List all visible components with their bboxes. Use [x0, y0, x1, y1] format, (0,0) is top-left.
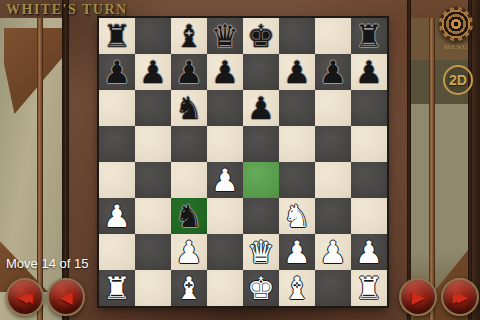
- square-b4[interactable]: [135, 162, 171, 198]
- piece-white-rook: ♜: [351, 270, 387, 306]
- square-g3[interactable]: [315, 198, 351, 234]
- square-b7[interactable]: ♟: [135, 54, 171, 90]
- square-e2[interactable]: ♛: [243, 234, 279, 270]
- menu-label: MENU: [439, 43, 473, 51]
- marquetry-triangle: [4, 28, 62, 114]
- square-c2[interactable]: ♟: [171, 234, 207, 270]
- square-a4[interactable]: [99, 162, 135, 198]
- square-f2[interactable]: ♟: [279, 234, 315, 270]
- square-c3[interactable]: ♞: [171, 198, 207, 234]
- square-d6[interactable]: [207, 90, 243, 126]
- square-b1[interactable]: [135, 270, 171, 306]
- piece-black-bishop: ♝: [171, 18, 207, 54]
- square-d1[interactable]: [207, 270, 243, 306]
- piece-white-king: ♚: [243, 270, 279, 306]
- piece-black-rook: ♜: [351, 18, 387, 54]
- piece-black-pawn: ♟: [207, 54, 243, 90]
- square-a8[interactable]: ♜: [99, 18, 135, 54]
- square-d4[interactable]: ♟: [207, 162, 243, 198]
- first-move-button[interactable]: ◀◀: [6, 278, 44, 316]
- square-c1[interactable]: ♝: [171, 270, 207, 306]
- square-h6[interactable]: [351, 90, 387, 126]
- right-edge-strip: [472, 0, 480, 320]
- piece-black-pawn: ♟: [171, 54, 207, 90]
- square-f4[interactable]: [279, 162, 315, 198]
- piece-white-rook: ♜: [99, 270, 135, 306]
- square-b2[interactable]: [135, 234, 171, 270]
- square-d3[interactable]: [207, 198, 243, 234]
- piece-black-pawn: ♟: [99, 54, 135, 90]
- square-h4[interactable]: [351, 162, 387, 198]
- square-c8[interactable]: ♝: [171, 18, 207, 54]
- piece-black-knight: ♞: [171, 198, 207, 234]
- square-h8[interactable]: ♜: [351, 18, 387, 54]
- piece-black-pawn: ♟: [135, 54, 171, 90]
- square-c7[interactable]: ♟: [171, 54, 207, 90]
- left-marquetry-panel: [0, 18, 62, 320]
- bronze-rod: [37, 18, 43, 320]
- piece-white-pawn: ♟: [279, 234, 315, 270]
- forward-icon: ▶: [411, 289, 424, 306]
- piece-black-pawn: ♟: [279, 54, 315, 90]
- view-2d-toggle-button[interactable]: 2D: [443, 65, 473, 95]
- piece-black-rook: ♜: [99, 18, 135, 54]
- square-b3[interactable]: [135, 198, 171, 234]
- chess-board: ♜♝♛♚♜♟♟♟♟♟♟♟♞♟♟♟♞♞♟♛♟♟♟♜♝♚♝♜: [99, 18, 387, 306]
- piece-white-knight: ♞: [279, 198, 315, 234]
- square-b8[interactable]: [135, 18, 171, 54]
- square-e8[interactable]: ♚: [243, 18, 279, 54]
- square-d8[interactable]: ♛: [207, 18, 243, 54]
- square-e3[interactable]: [243, 198, 279, 234]
- square-c6[interactable]: ♞: [171, 90, 207, 126]
- square-g1[interactable]: [315, 270, 351, 306]
- square-f8[interactable]: [279, 18, 315, 54]
- square-g6[interactable]: [315, 90, 351, 126]
- square-g8[interactable]: [315, 18, 351, 54]
- square-a1[interactable]: ♜: [99, 270, 135, 306]
- square-d7[interactable]: ♟: [207, 54, 243, 90]
- square-c4[interactable]: [171, 162, 207, 198]
- square-f3[interactable]: ♞: [279, 198, 315, 234]
- square-h1[interactable]: ♜: [351, 270, 387, 306]
- square-a7[interactable]: ♟: [99, 54, 135, 90]
- piece-white-bishop: ♝: [171, 270, 207, 306]
- square-g4[interactable]: [315, 162, 351, 198]
- piece-black-pawn: ♟: [243, 90, 279, 126]
- square-a3[interactable]: ♟: [99, 198, 135, 234]
- piece-white-pawn: ♟: [207, 162, 243, 198]
- move-counter: Move 14 of 15: [6, 256, 88, 271]
- square-f7[interactable]: ♟: [279, 54, 315, 90]
- piece-white-queen: ♛: [243, 234, 279, 270]
- square-a2[interactable]: [99, 234, 135, 270]
- square-g2[interactable]: ♟: [315, 234, 351, 270]
- piece-black-knight: ♞: [171, 90, 207, 126]
- square-f5[interactable]: [279, 126, 315, 162]
- square-g5[interactable]: [315, 126, 351, 162]
- square-f6[interactable]: [279, 90, 315, 126]
- back-icon: ◀: [59, 289, 72, 306]
- square-f1[interactable]: ♝: [279, 270, 315, 306]
- panel-seam: [62, 0, 69, 320]
- square-b5[interactable]: [135, 126, 171, 162]
- piece-black-king: ♚: [243, 18, 279, 54]
- gear-icon: [439, 7, 473, 41]
- menu-button[interactable]: MENU: [439, 7, 473, 55]
- square-g7[interactable]: ♟: [315, 54, 351, 90]
- rewind-icon: ◀◀: [17, 290, 33, 304]
- turn-indicator: WHITE'S TURN: [6, 2, 128, 18]
- piece-white-bishop: ♝: [279, 270, 315, 306]
- panel-seam: [407, 0, 411, 320]
- piece-black-pawn: ♟: [351, 54, 387, 90]
- square-e5[interactable]: [243, 126, 279, 162]
- piece-black-queen: ♛: [207, 18, 243, 54]
- piece-white-pawn: ♟: [315, 234, 351, 270]
- piece-white-pawn: ♟: [171, 234, 207, 270]
- last-move-button[interactable]: ▶▶: [441, 278, 479, 316]
- square-a5[interactable]: [99, 126, 135, 162]
- piece-white-pawn: ♟: [351, 234, 387, 270]
- next-move-button[interactable]: ▶: [399, 278, 437, 316]
- square-h7[interactable]: ♟: [351, 54, 387, 90]
- app-window: WHITE'S TURN MENU 2D ♜♝♛♚♜♟♟♟♟♟♟♟♞♟♟♟♞♞♟…: [0, 0, 480, 320]
- square-e1[interactable]: ♚: [243, 270, 279, 306]
- square-b6[interactable]: [135, 90, 171, 126]
- square-d5[interactable]: [207, 126, 243, 162]
- square-e6[interactable]: ♟: [243, 90, 279, 126]
- previous-move-button[interactable]: ◀: [47, 278, 85, 316]
- bronze-rod: [429, 18, 435, 320]
- square-e7[interactable]: [243, 54, 279, 90]
- square-h2[interactable]: ♟: [351, 234, 387, 270]
- square-d2[interactable]: [207, 234, 243, 270]
- piece-white-pawn: ♟: [99, 198, 135, 234]
- square-h3[interactable]: [351, 198, 387, 234]
- square-a6[interactable]: [99, 90, 135, 126]
- piece-black-pawn: ♟: [315, 54, 351, 90]
- square-h5[interactable]: [351, 126, 387, 162]
- fast-forward-icon: ▶▶: [452, 290, 468, 304]
- square-c5[interactable]: [171, 126, 207, 162]
- square-e4[interactable]: [243, 162, 279, 198]
